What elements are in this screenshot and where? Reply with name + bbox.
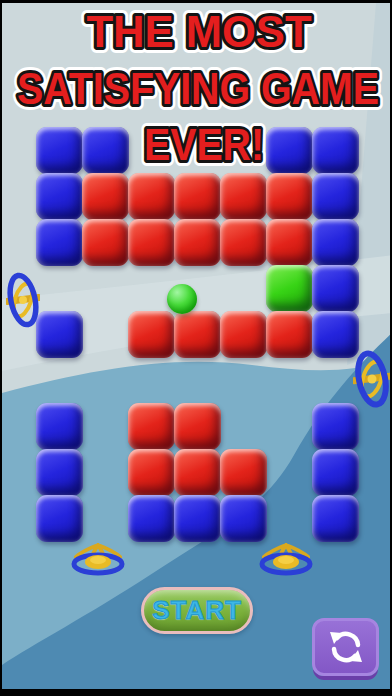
blue-block [220,495,267,542]
spinning-top-icon [70,543,126,576]
green-ball[interactable] [167,284,197,314]
blue-block [312,495,359,542]
green-block [266,265,313,312]
red-block [174,311,221,358]
red-block [128,403,175,450]
start-button[interactable]: START [141,587,253,634]
red-block [174,403,221,450]
gyro-ring-icon [353,349,391,409]
blue-block [312,403,359,450]
red-block [174,219,221,266]
blue-block [312,219,359,266]
title-line-3: EVER! EVER! EVER! [144,119,264,170]
spinning-top-icon [258,543,314,576]
blue-block [312,265,359,312]
gyro-ring-icon [6,271,40,329]
title-line-1-fill: THE MOST [87,6,312,57]
red-block [220,449,267,496]
refresh-arrows-icon [324,625,368,669]
red-block [266,311,313,358]
blue-block [36,403,83,450]
red-block [128,311,175,358]
red-block [82,219,129,266]
red-block [220,311,267,358]
blue-block [174,495,221,542]
red-block [220,219,267,266]
red-block [128,219,175,266]
blue-block [36,311,83,358]
red-block [128,449,175,496]
blue-block [36,495,83,542]
blue-block [36,449,83,496]
red-block [266,219,313,266]
title-line-2-fill: SATISFYING GAME [17,63,379,114]
restart-button[interactable] [312,618,379,676]
blue-block [128,495,175,542]
title-line-2: SATISFYING GAME SATISFYING GAME SATISFYI… [17,63,379,114]
app-screen: THE MOST THE MOST THE MOST SATISFYING GA… [0,0,392,696]
page-title: THE MOST THE MOST THE MOST SATISFYING GA… [2,3,392,181]
title-line-1: THE MOST THE MOST THE MOST [87,6,312,57]
start-button-label: START [152,595,242,626]
blue-block [312,449,359,496]
blue-block [312,311,359,358]
board-grid [36,127,358,541]
title-line-3-fill: EVER! [144,119,264,170]
red-block [174,449,221,496]
blue-block [36,219,83,266]
